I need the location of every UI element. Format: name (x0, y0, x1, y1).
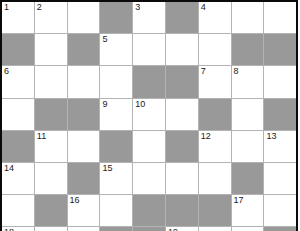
block-cell (100, 227, 132, 231)
letter-cell[interactable] (2, 195, 34, 226)
block-cell (100, 131, 132, 162)
block-cell (2, 131, 34, 162)
letter-cell[interactable]: 13 (264, 131, 296, 162)
letter-cell[interactable]: 1 (2, 2, 34, 33)
letter-cell[interactable]: 12 (199, 131, 231, 162)
letter-cell[interactable]: 5 (100, 34, 132, 65)
block-cell (133, 227, 165, 231)
letter-cell[interactable]: 18 (2, 227, 34, 231)
letter-cell[interactable] (264, 163, 296, 194)
clue-number: 13 (266, 131, 276, 141)
clue-number: 10 (135, 99, 145, 109)
clue-number: 1 (4, 2, 9, 12)
clue-number: 17 (234, 195, 244, 205)
letter-cell[interactable] (199, 34, 231, 65)
letter-cell[interactable] (68, 66, 100, 97)
letter-cell[interactable]: 10 (133, 99, 165, 130)
clue-number: 19 (168, 227, 178, 231)
letter-cell[interactable] (133, 163, 165, 194)
letter-cell[interactable] (133, 131, 165, 162)
letter-cell[interactable] (232, 2, 264, 33)
crossword-screenshot: 12345678910111213141516171819 (0, 0, 300, 231)
letter-cell[interactable]: 3 (133, 2, 165, 33)
block-cell (166, 2, 198, 33)
letter-cell[interactable] (232, 227, 264, 231)
clue-number: 14 (4, 163, 14, 173)
letter-cell[interactable] (35, 227, 67, 231)
clue-number: 15 (102, 163, 112, 173)
letter-cell[interactable] (232, 99, 264, 130)
block-cell (166, 131, 198, 162)
clue-number: 12 (201, 131, 211, 141)
letter-cell[interactable] (35, 163, 67, 194)
letter-cell[interactable] (35, 34, 67, 65)
block-cell (264, 227, 296, 231)
clue-number: 6 (4, 66, 9, 76)
block-cell (133, 195, 165, 226)
block-cell (199, 99, 231, 130)
letter-cell[interactable]: 15 (100, 163, 132, 194)
letter-cell[interactable] (264, 195, 296, 226)
letter-cell[interactable] (232, 131, 264, 162)
letter-cell[interactable] (35, 66, 67, 97)
clue-number: 3 (135, 2, 140, 12)
clue-number: 4 (201, 2, 206, 12)
letter-cell[interactable] (100, 66, 132, 97)
letter-cell[interactable]: 9 (100, 99, 132, 130)
letter-cell[interactable]: 14 (2, 163, 34, 194)
letter-cell[interactable]: 16 (68, 195, 100, 226)
clue-number: 16 (70, 195, 80, 205)
clue-number: 5 (102, 34, 107, 44)
clue-number: 8 (234, 66, 239, 76)
block-cell (2, 34, 34, 65)
block-cell (264, 99, 296, 130)
block-cell (166, 66, 198, 97)
block-cell (232, 34, 264, 65)
block-cell (166, 195, 198, 226)
letter-cell[interactable]: 2 (35, 2, 67, 33)
letter-cell[interactable]: 7 (199, 66, 231, 97)
letter-cell[interactable] (133, 34, 165, 65)
block-cell (232, 163, 264, 194)
letter-cell[interactable]: 4 (199, 2, 231, 33)
block-cell (133, 66, 165, 97)
letter-cell[interactable] (166, 99, 198, 130)
block-cell (264, 34, 296, 65)
letter-cell[interactable]: 17 (232, 195, 264, 226)
block-cell (68, 163, 100, 194)
crossword-grid: 12345678910111213141516171819 (2, 2, 296, 231)
block-cell (68, 34, 100, 65)
clue-number: 9 (102, 99, 107, 109)
clue-number: 7 (201, 66, 206, 76)
letter-cell[interactable] (199, 163, 231, 194)
block-cell (100, 2, 132, 33)
letter-cell[interactable] (264, 2, 296, 33)
letter-cell[interactable]: 11 (35, 131, 67, 162)
letter-cell[interactable]: 19 (166, 227, 198, 231)
block-cell (35, 195, 67, 226)
letter-cell[interactable] (100, 195, 132, 226)
letter-cell[interactable]: 8 (232, 66, 264, 97)
letter-cell[interactable] (68, 227, 100, 231)
clue-number: 11 (37, 131, 46, 141)
clue-number: 2 (37, 2, 42, 12)
clue-number: 18 (4, 227, 14, 231)
letter-cell[interactable] (199, 227, 231, 231)
letter-cell[interactable] (264, 66, 296, 97)
letter-cell[interactable]: 6 (2, 66, 34, 97)
letter-cell[interactable] (166, 34, 198, 65)
block-cell (68, 99, 100, 130)
block-cell (35, 99, 67, 130)
letter-cell[interactable] (68, 131, 100, 162)
letter-cell[interactable] (166, 163, 198, 194)
letter-cell[interactable] (2, 99, 34, 130)
letter-cell[interactable] (68, 2, 100, 33)
crossword-board: 12345678910111213141516171819 (0, 0, 298, 231)
block-cell (199, 195, 231, 226)
